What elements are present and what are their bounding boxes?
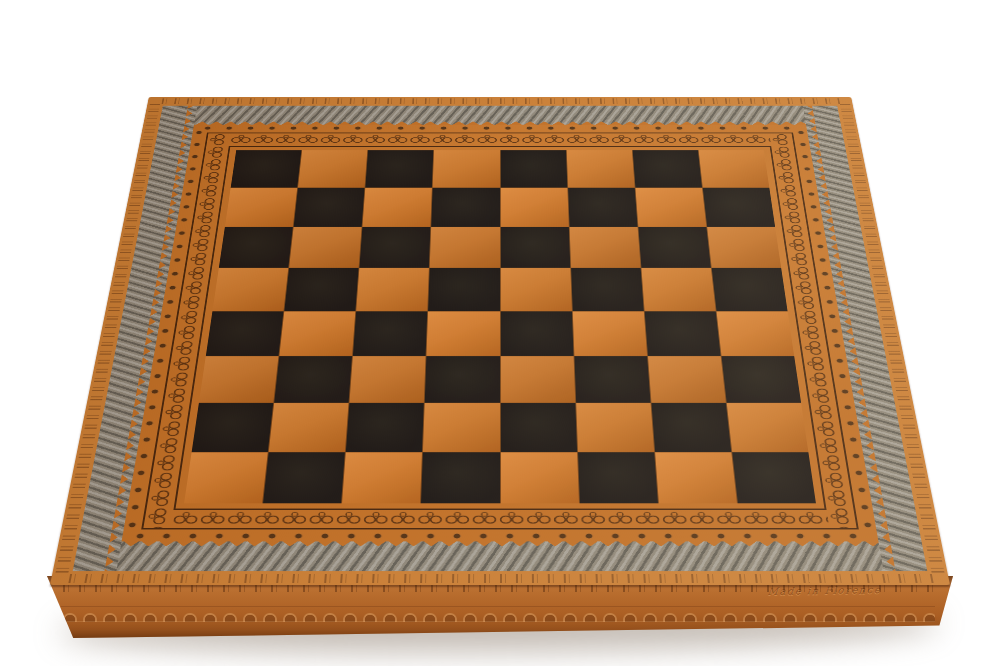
square-r8c8	[732, 452, 816, 503]
square-r5c8	[716, 311, 794, 355]
square-r1c4	[433, 150, 500, 187]
square-r5c4	[427, 311, 500, 355]
square-r2c6	[568, 188, 637, 227]
square-r4c1	[213, 268, 289, 310]
square-r7c8	[727, 403, 809, 452]
square-r5c1	[206, 311, 284, 355]
square-r5c3	[353, 311, 427, 355]
square-r1c1	[231, 150, 302, 187]
square-r6c5	[500, 356, 574, 402]
square-r4c4	[428, 268, 499, 310]
square-r2c7	[635, 188, 706, 227]
square-r8c3	[342, 452, 422, 503]
square-r8c1	[184, 452, 268, 503]
square-r2c5	[500, 188, 568, 227]
square-r6c4	[425, 356, 499, 402]
square-r7c1	[192, 403, 274, 452]
square-r4c2	[284, 268, 358, 310]
square-r7c3	[346, 403, 424, 452]
square-r8c6	[578, 452, 658, 503]
square-r8c2	[263, 452, 345, 503]
square-r7c2	[269, 403, 349, 452]
stamped-vine-border-top	[158, 98, 841, 104]
square-r8c7	[655, 452, 737, 503]
square-r2c4	[432, 188, 500, 227]
square-r1c2	[298, 150, 367, 187]
square-r1c6	[566, 150, 634, 187]
square-r6c7	[648, 356, 726, 402]
square-r2c1	[225, 188, 297, 227]
chessboard	[184, 150, 816, 503]
square-r1c7	[633, 150, 702, 187]
lace-trim-bottom	[73, 541, 928, 571]
square-r3c3	[360, 227, 431, 268]
square-r3c5	[500, 227, 570, 268]
square-r4c7	[641, 268, 715, 310]
made-in-text: Made in Florence	[767, 584, 881, 597]
board-top-panel	[50, 97, 950, 585]
square-r6c8	[721, 356, 801, 402]
square-r5c7	[644, 311, 720, 355]
scroll-border-bottom	[171, 510, 830, 528]
square-r2c2	[294, 188, 365, 227]
square-r3c1	[219, 227, 293, 268]
square-r5c6	[572, 311, 646, 355]
square-r3c7	[638, 227, 711, 268]
front-emboss-band	[61, 606, 935, 622]
square-r4c5	[500, 268, 571, 310]
square-r4c3	[356, 268, 429, 310]
stitch-holes-top	[199, 126, 800, 131]
stamped-vine-border-bottom	[64, 574, 935, 583]
square-r1c8	[699, 150, 770, 187]
square-r3c4	[430, 227, 500, 268]
square-r5c2	[280, 311, 356, 355]
square-r1c3	[366, 150, 434, 187]
square-r4c6	[571, 268, 644, 310]
square-r3c6	[569, 227, 640, 268]
chessboard-photo: Made in Florence	[0, 0, 1000, 666]
square-r6c1	[199, 356, 279, 402]
square-r8c5	[500, 452, 578, 503]
square-r2c3	[363, 188, 432, 227]
square-r7c6	[576, 403, 654, 452]
square-r1c5	[500, 150, 567, 187]
square-r2c8	[703, 188, 775, 227]
square-r6c6	[574, 356, 650, 402]
square-r5c5	[500, 311, 573, 355]
square-r8c4	[421, 452, 499, 503]
square-r7c5	[500, 403, 576, 452]
square-r6c3	[350, 356, 426, 402]
scroll-border-top	[229, 133, 771, 145]
square-r7c7	[651, 403, 731, 452]
square-r6c2	[274, 356, 352, 402]
stitch-holes-bottom	[130, 532, 871, 540]
square-r4c8	[712, 268, 788, 310]
lace-trim-top	[159, 106, 841, 125]
square-r3c2	[289, 227, 362, 268]
square-r3c8	[707, 227, 781, 268]
square-r7c4	[423, 403, 499, 452]
